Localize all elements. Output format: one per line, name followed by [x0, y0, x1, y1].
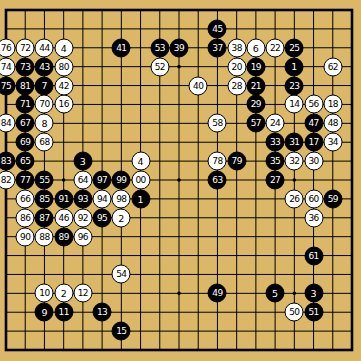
stone-black-move-47[interactable]: 47 — [304, 114, 323, 133]
stone-white-move-90[interactable]: 90 — [16, 227, 35, 246]
stone-black-move-85[interactable]: 85 — [35, 189, 54, 208]
stone-white-move-86[interactable]: 86 — [16, 208, 35, 227]
stone-white-move-62[interactable]: 62 — [323, 57, 342, 76]
stone-white-move-30[interactable]: 30 — [304, 152, 323, 171]
stone-white-move-4[interactable]: 4 — [54, 38, 73, 57]
stone-black-move-17[interactable]: 17 — [304, 133, 323, 152]
stone-white-move-94[interactable]: 94 — [93, 189, 112, 208]
stone-white-move-12[interactable]: 12 — [73, 284, 92, 303]
stone-white-move-60[interactable]: 60 — [304, 189, 323, 208]
stone-white-move-18[interactable]: 18 — [323, 95, 342, 114]
stone-white-move-16[interactable]: 16 — [54, 95, 73, 114]
stone-black-move-103[interactable]: 3 — [73, 152, 92, 171]
stone-black-move-71[interactable]: 71 — [16, 95, 35, 114]
stone-black-move-51[interactable]: 51 — [304, 303, 323, 322]
stone-black-move-43[interactable]: 43 — [35, 57, 54, 76]
stone-white-move-58[interactable]: 58 — [208, 114, 227, 133]
stone-white-move-50[interactable]: 50 — [285, 303, 304, 322]
stone-white-move-52[interactable]: 52 — [150, 57, 169, 76]
stone-white-move-34[interactable]: 34 — [323, 133, 342, 152]
stone-black-move-5[interactable]: 5 — [266, 284, 285, 303]
stone-black-move-29[interactable]: 29 — [246, 95, 265, 114]
stone-black-move-23[interactable]: 23 — [285, 76, 304, 95]
stone-white-move-68[interactable]: 68 — [35, 133, 54, 152]
stone-white-move-78[interactable]: 78 — [208, 152, 227, 171]
stone-black-move-77[interactable]: 77 — [16, 171, 35, 190]
stone-white-move-54[interactable]: 54 — [112, 265, 131, 284]
stone-black-move-25[interactable]: 25 — [285, 38, 304, 57]
stone-white-move-70[interactable]: 70 — [35, 95, 54, 114]
stone-white-move-98[interactable]: 98 — [112, 189, 131, 208]
stone-black-move-41[interactable]: 41 — [112, 38, 131, 57]
stone-white-move-104[interactable]: 4 — [131, 152, 150, 171]
stone-white-move-66[interactable]: 66 — [16, 189, 35, 208]
stone-black-move-7[interactable]: 7 — [35, 76, 54, 95]
stone-black-move-93[interactable]: 93 — [73, 189, 92, 208]
stone-black-move-57[interactable]: 57 — [246, 114, 265, 133]
stone-black-move-59[interactable]: 59 — [323, 189, 342, 208]
stone-white-move-28[interactable]: 28 — [227, 76, 246, 95]
stone-black-move-81[interactable]: 81 — [16, 76, 35, 95]
stone-black-move-53[interactable]: 53 — [150, 38, 169, 57]
stone-black-move-67[interactable]: 67 — [16, 114, 35, 133]
stone-white-move-38[interactable]: 38 — [227, 38, 246, 57]
stone-black-move-1[interactable]: 1 — [285, 57, 304, 76]
stone-white-move-100[interactable]: 00 — [131, 171, 150, 190]
stone-black-move-9[interactable]: 9 — [35, 303, 54, 322]
stone-black-move-95[interactable]: 95 — [93, 208, 112, 227]
stone-black-move-55[interactable]: 55 — [35, 171, 54, 190]
stone-black-move-63[interactable]: 63 — [208, 171, 227, 190]
stone-white-move-36[interactable]: 36 — [304, 208, 323, 227]
stone-white-move-24[interactable]: 24 — [266, 114, 285, 133]
stone-black-move-27[interactable]: 27 — [266, 171, 285, 190]
stone-black-move-15[interactable]: 15 — [112, 322, 131, 341]
stone-white-move-32[interactable]: 32 — [285, 152, 304, 171]
stone-white-move-42[interactable]: 42 — [54, 76, 73, 95]
stone-white-move-96[interactable]: 96 — [73, 227, 92, 246]
stone-white-move-46[interactable]: 46 — [54, 208, 73, 227]
stone-white-move-40[interactable]: 40 — [189, 76, 208, 95]
stone-black-move-45[interactable]: 45 — [208, 19, 227, 38]
stone-black-move-39[interactable]: 39 — [170, 38, 189, 57]
stone-black-move-11[interactable]: 11 — [54, 303, 73, 322]
stone-white-move-80[interactable]: 80 — [54, 57, 73, 76]
stone-black-move-69[interactable]: 69 — [16, 133, 35, 152]
stone-white-move-8[interactable]: 8 — [35, 114, 54, 133]
stone-white-move-6[interactable]: 6 — [246, 38, 265, 57]
stone-black-move-31[interactable]: 31 — [285, 133, 304, 152]
stone-black-move-19[interactable]: 19 — [246, 57, 265, 76]
stone-black-move-87[interactable]: 87 — [35, 208, 54, 227]
stone-white-move-10[interactable]: 10 — [35, 284, 54, 303]
stone-black-move-33[interactable]: 33 — [266, 133, 285, 152]
stone-black-move-79[interactable]: 79 — [227, 152, 246, 171]
stone-white-move-72[interactable]: 72 — [16, 38, 35, 57]
stone-black-move-101[interactable]: 1 — [131, 189, 150, 208]
stone-black-move-91[interactable]: 91 — [54, 189, 73, 208]
stone-black-move-49[interactable]: 49 — [208, 284, 227, 303]
stone-white-move-44[interactable]: 44 — [35, 38, 54, 57]
stone-white-move-14[interactable]: 14 — [285, 95, 304, 114]
stone-black-move-99[interactable]: 99 — [112, 171, 131, 190]
stone-black-move-35[interactable]: 35 — [266, 152, 285, 171]
stone-white-move-20[interactable]: 20 — [227, 57, 246, 76]
stone-white-move-56[interactable]: 56 — [304, 95, 323, 114]
stone-black-move-97[interactable]: 97 — [93, 171, 112, 190]
stone-black-move-65[interactable]: 65 — [16, 152, 35, 171]
stone-white-move-88[interactable]: 88 — [35, 227, 54, 246]
stone-white-move-102[interactable]: 2 — [112, 208, 131, 227]
stone-black-move-73[interactable]: 73 — [16, 57, 35, 76]
stone-black-move-21[interactable]: 21 — [246, 76, 265, 95]
stone-black-move-61[interactable]: 61 — [304, 246, 323, 265]
stone-white-move-26[interactable]: 26 — [285, 189, 304, 208]
stone-black-move-37[interactable]: 37 — [208, 38, 227, 57]
stone-white-move-22[interactable]: 22 — [266, 38, 285, 57]
stone-black-move-89[interactable]: 89 — [54, 227, 73, 246]
stone-white-move-2[interactable]: 2 — [54, 284, 73, 303]
stone-white-move-64[interactable]: 64 — [73, 171, 92, 190]
stone-white-move-92[interactable]: 92 — [73, 208, 92, 227]
stone-black-move-13[interactable]: 13 — [93, 303, 112, 322]
go-board[interactable]: 1234567891011121314151617181920212223242… — [0, 0, 361, 361]
stone-black-move-3[interactable]: 3 — [304, 284, 323, 303]
stone-white-move-48[interactable]: 48 — [323, 114, 342, 133]
